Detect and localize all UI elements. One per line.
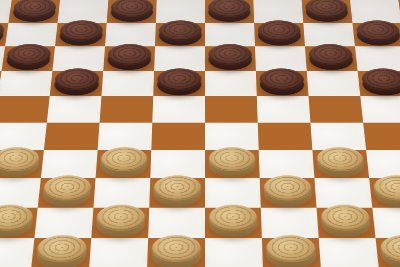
- board-square-r6c6[interactable]: [205, 123, 259, 150]
- board-square-r9c3[interactable]: [34, 208, 93, 239]
- board-square-r9c9[interactable]: [372, 208, 400, 239]
- board-square-r4c8[interactable]: [307, 71, 361, 96]
- board-square-r1c6[interactable]: [205, 0, 254, 23]
- board-square-r8c8[interactable]: [314, 178, 372, 207]
- light-checker-piece[interactable]: [42, 175, 92, 200]
- board-square-r10c6[interactable]: [205, 238, 263, 267]
- board-square-r2c3[interactable]: [55, 23, 107, 47]
- board-square-r7c5[interactable]: [150, 150, 205, 178]
- board-square-r1c3[interactable]: [58, 0, 109, 23]
- board-square-r1c9[interactable]: [350, 0, 400, 23]
- board-square-r4c4[interactable]: [101, 71, 154, 96]
- light-checker-piece[interactable]: [151, 235, 201, 262]
- board-square-r2c6[interactable]: [205, 23, 255, 47]
- board-square-r6c5[interactable]: [151, 123, 205, 150]
- board-square-r5c3[interactable]: [47, 96, 102, 122]
- dark-checker-piece[interactable]: [159, 20, 202, 40]
- light-checker-piece[interactable]: [36, 235, 88, 262]
- light-checker-piece[interactable]: [320, 205, 371, 231]
- board-square-r4c9[interactable]: [358, 71, 400, 96]
- board-square-r9c2[interactable]: [0, 208, 38, 239]
- light-checker-piece[interactable]: [153, 175, 201, 200]
- board-square-r6c3[interactable]: [44, 123, 100, 150]
- board-square-r10c7[interactable]: [262, 238, 321, 267]
- board-square-r1c7[interactable]: [253, 0, 303, 23]
- board-square-r2c5[interactable]: [155, 23, 205, 47]
- board-square-r9c8[interactable]: [317, 208, 376, 239]
- dark-checker-piece[interactable]: [361, 68, 400, 90]
- board-square-r5c6[interactable]: [205, 96, 258, 122]
- board-square-r4c7[interactable]: [256, 71, 309, 96]
- board-square-r2c2[interactable]: [5, 23, 58, 47]
- board-square-r3c3[interactable]: [52, 46, 105, 71]
- board-square-r3c8[interactable]: [305, 46, 358, 71]
- board-square-r1c8[interactable]: [302, 0, 353, 23]
- light-checker-piece[interactable]: [373, 175, 400, 200]
- board-square-r2c7[interactable]: [254, 23, 305, 47]
- board-square-r4c2[interactable]: [0, 71, 52, 96]
- dark-checker-piece[interactable]: [6, 44, 52, 65]
- dark-checker-piece[interactable]: [157, 68, 201, 90]
- board-square-r7c3[interactable]: [41, 150, 98, 178]
- board-photo: [0, 0, 400, 267]
- board-square-r1c5[interactable]: [156, 0, 205, 23]
- board-square-r6c9[interactable]: [363, 123, 400, 150]
- board-square-r7c2[interactable]: [0, 150, 44, 178]
- board-square-r5c7[interactable]: [257, 96, 311, 122]
- board-square-r6c7[interactable]: [258, 123, 313, 150]
- light-checker-piece[interactable]: [0, 205, 34, 231]
- board-square-r8c5[interactable]: [149, 178, 205, 207]
- board-square-r1c2[interactable]: [8, 0, 60, 23]
- board-square-r10c5[interactable]: [147, 238, 205, 267]
- light-checker-piece[interactable]: [96, 205, 146, 231]
- draughts-board: [0, 0, 400, 267]
- board-square-r10c9[interactable]: [376, 238, 400, 267]
- board-square-r4c6[interactable]: [205, 71, 257, 96]
- dark-checker-piece[interactable]: [305, 0, 349, 17]
- board-square-r3c5[interactable]: [154, 46, 205, 71]
- dark-checker-piece[interactable]: [54, 68, 100, 90]
- board-square-r9c5[interactable]: [148, 208, 205, 239]
- board-square-r7c8[interactable]: [312, 150, 369, 178]
- board-square-r8c6[interactable]: [205, 178, 261, 207]
- light-checker-piece[interactable]: [209, 147, 256, 171]
- light-checker-piece[interactable]: [266, 235, 317, 262]
- board-square-r3c6[interactable]: [205, 46, 256, 71]
- board-square-r8c7[interactable]: [260, 178, 317, 207]
- light-checker-piece[interactable]: [0, 147, 40, 171]
- board-square-r9c7[interactable]: [261, 208, 319, 239]
- board-square-r3c2[interactable]: [2, 46, 56, 71]
- board-square-r5c9[interactable]: [360, 96, 400, 122]
- dark-checker-piece[interactable]: [208, 44, 252, 65]
- board-square-r6c2[interactable]: [0, 123, 47, 150]
- dark-checker-piece[interactable]: [111, 0, 154, 17]
- board-square-r7c6[interactable]: [205, 150, 260, 178]
- board-square-r5c5[interactable]: [152, 96, 205, 122]
- dark-checker-piece[interactable]: [59, 20, 103, 40]
- board-square-r5c8[interactable]: [309, 96, 364, 122]
- dark-checker-piece[interactable]: [308, 44, 353, 65]
- board-square-r10c4[interactable]: [89, 238, 148, 267]
- board-square-r2c8[interactable]: [303, 23, 355, 47]
- dark-checker-piece[interactable]: [107, 44, 151, 65]
- dark-checker-piece[interactable]: [257, 20, 301, 40]
- board-square-r10c8[interactable]: [319, 238, 379, 267]
- board-square-r3c4[interactable]: [103, 46, 155, 71]
- board-square-r9c4[interactable]: [91, 208, 149, 239]
- light-checker-piece[interactable]: [316, 147, 365, 171]
- board-square-r7c9[interactable]: [366, 150, 400, 178]
- board-square-r4c3[interactable]: [50, 71, 104, 96]
- dark-checker-piece[interactable]: [259, 68, 304, 90]
- dark-checker-piece[interactable]: [13, 0, 57, 17]
- board-square-r8c9[interactable]: [369, 178, 400, 207]
- board-square-r8c3[interactable]: [38, 178, 96, 207]
- board-square-r1c4[interactable]: [107, 0, 157, 23]
- board-square-r8c2[interactable]: [0, 178, 41, 207]
- light-checker-piece[interactable]: [379, 235, 400, 262]
- dark-checker-piece[interactable]: [0, 20, 5, 40]
- light-checker-piece[interactable]: [263, 175, 312, 200]
- dark-checker-piece[interactable]: [208, 0, 250, 17]
- board-square-r4c5[interactable]: [153, 71, 205, 96]
- board-square-r7c4[interactable]: [96, 150, 152, 178]
- dark-checker-piece[interactable]: [356, 20, 400, 40]
- light-checker-piece[interactable]: [209, 205, 258, 231]
- board-square-r5c4[interactable]: [100, 96, 154, 122]
- board-square-r3c9[interactable]: [355, 46, 400, 71]
- board-square-r6c4[interactable]: [98, 123, 153, 150]
- board-square-r2c9[interactable]: [352, 23, 400, 47]
- board-square-r6c8[interactable]: [310, 123, 366, 150]
- board-square-r10c2[interactable]: [0, 238, 34, 267]
- board-square-r3c7[interactable]: [255, 46, 307, 71]
- light-checker-piece[interactable]: [100, 147, 148, 171]
- board-square-r7c7[interactable]: [259, 150, 315, 178]
- board-square-r8c4[interactable]: [93, 178, 150, 207]
- board-square-r9c6[interactable]: [205, 208, 262, 239]
- board-square-r10c3[interactable]: [31, 238, 91, 267]
- board-square-r5c2[interactable]: [0, 96, 50, 122]
- board-square-r2c4[interactable]: [105, 23, 156, 47]
